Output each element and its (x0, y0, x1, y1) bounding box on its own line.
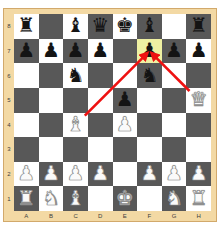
square-c7[interactable]: ♟ (63, 39, 88, 64)
file-label-f: F (137, 211, 162, 221)
square-a8[interactable]: ♜ (14, 14, 39, 39)
piece-white-pawn: ♟ (165, 163, 183, 183)
square-d6[interactable] (88, 63, 113, 88)
square-a2[interactable]: ♟ (14, 162, 39, 187)
file-labels: ABCDEFGH (14, 211, 211, 221)
piece-white-pawn: ♟ (140, 163, 158, 183)
piece-black-rook: ♜ (17, 15, 35, 35)
square-g7[interactable]: ♟ (162, 39, 187, 64)
piece-white-pawn: ♟ (91, 163, 109, 183)
file-label-c: C (63, 211, 88, 221)
square-f3[interactable] (137, 137, 162, 162)
square-d4[interactable] (88, 113, 113, 138)
rank-label-8: 8 (4, 14, 14, 39)
piece-white-pawn: ♟ (190, 163, 208, 183)
square-e4[interactable]: ♟ (113, 113, 138, 138)
square-c2[interactable]: ♟ (63, 162, 88, 187)
square-e7[interactable] (113, 39, 138, 64)
piece-white-pawn: ♟ (42, 163, 60, 183)
piece-white-rook: ♜ (17, 188, 35, 208)
square-a6[interactable] (14, 63, 39, 88)
file-label-h: H (186, 211, 211, 221)
square-h8[interactable]: ♜ (186, 14, 211, 39)
square-b4[interactable] (39, 113, 64, 138)
file-label-d: D (88, 211, 113, 221)
square-a5[interactable] (14, 88, 39, 113)
square-c6[interactable]: ♞ (63, 63, 88, 88)
board-frame: 87654321 ♜♝♛♚♝♜♟♟♟♟♟♟♟♞♞♟♛♝♟♟♟♟♟♟♟♟♜♞♝♚♞… (3, 8, 217, 222)
piece-black-pawn: ♟ (42, 40, 60, 60)
square-f6[interactable]: ♞ (137, 63, 162, 88)
square-h4[interactable] (186, 113, 211, 138)
square-d7[interactable]: ♟ (88, 39, 113, 64)
square-d1[interactable] (88, 186, 113, 211)
square-b1[interactable]: ♞ (39, 186, 64, 211)
piece-black-knight: ♞ (67, 65, 85, 85)
square-h5[interactable]: ♛ (186, 88, 211, 113)
rank-label-5: 5 (4, 88, 14, 113)
piece-white-queen: ♛ (190, 89, 208, 109)
square-c4[interactable]: ♝ (63, 113, 88, 138)
piece-white-bishop: ♝ (67, 188, 85, 208)
piece-black-knight: ♞ (140, 65, 158, 85)
square-e2[interactable] (113, 162, 138, 187)
piece-white-pawn: ♟ (67, 163, 85, 183)
piece-black-rook: ♜ (190, 15, 208, 35)
piece-white-pawn: ♟ (17, 163, 35, 183)
piece-black-bishop: ♝ (67, 15, 85, 35)
piece-black-queen: ♛ (91, 15, 109, 35)
rank-label-4: 4 (4, 113, 14, 138)
piece-white-knight: ♞ (42, 188, 60, 208)
square-e5[interactable]: ♟ (113, 88, 138, 113)
square-e8[interactable]: ♚ (113, 14, 138, 39)
square-a3[interactable] (14, 137, 39, 162)
square-c8[interactable]: ♝ (63, 14, 88, 39)
chess-board: ♜♝♛♚♝♜♟♟♟♟♟♟♟♞♞♟♛♝♟♟♟♟♟♟♟♟♜♞♝♚♞♜ (14, 14, 211, 211)
square-f8[interactable]: ♝ (137, 14, 162, 39)
square-b6[interactable] (39, 63, 64, 88)
square-h6[interactable] (186, 63, 211, 88)
square-g8[interactable] (162, 14, 187, 39)
square-b8[interactable] (39, 14, 64, 39)
square-f5[interactable] (137, 88, 162, 113)
square-f2[interactable]: ♟ (137, 162, 162, 187)
square-f1[interactable] (137, 186, 162, 211)
square-d2[interactable]: ♟ (88, 162, 113, 187)
piece-black-pawn: ♟ (190, 40, 208, 60)
piece-black-pawn: ♟ (116, 89, 134, 109)
piece-black-pawn: ♟ (17, 40, 35, 60)
square-d3[interactable] (88, 137, 113, 162)
piece-white-rook: ♜ (190, 188, 208, 208)
square-b3[interactable] (39, 137, 64, 162)
file-label-b: B (39, 211, 64, 221)
square-b5[interactable] (39, 88, 64, 113)
square-a1[interactable]: ♜ (14, 186, 39, 211)
piece-white-king: ♚ (116, 188, 134, 208)
square-h1[interactable]: ♜ (186, 186, 211, 211)
rank-labels: 87654321 (4, 14, 14, 211)
square-c1[interactable]: ♝ (63, 186, 88, 211)
square-c5[interactable] (63, 88, 88, 113)
square-f7[interactable]: ♟ (137, 39, 162, 64)
file-label-a: A (14, 211, 39, 221)
square-g5[interactable] (162, 88, 187, 113)
square-b7[interactable]: ♟ (39, 39, 64, 64)
rank-label-3: 3 (4, 137, 14, 162)
square-a7[interactable]: ♟ (14, 39, 39, 64)
square-g2[interactable]: ♟ (162, 162, 187, 187)
square-d8[interactable]: ♛ (88, 14, 113, 39)
square-g4[interactable] (162, 113, 187, 138)
piece-black-king: ♚ (116, 15, 134, 35)
rank-label-2: 2 (4, 162, 14, 187)
square-f4[interactable] (137, 113, 162, 138)
square-b2[interactable]: ♟ (39, 162, 64, 187)
piece-black-bishop: ♝ (140, 15, 158, 35)
rank-label-1: 1 (4, 186, 14, 211)
square-g1[interactable]: ♞ (162, 186, 187, 211)
piece-black-pawn: ♟ (91, 40, 109, 60)
file-label-g: G (162, 211, 187, 221)
square-h2[interactable]: ♟ (186, 162, 211, 187)
piece-black-pawn: ♟ (165, 40, 183, 60)
rank-label-6: 6 (4, 63, 14, 88)
rank-label-7: 7 (4, 39, 14, 64)
square-g6[interactable] (162, 63, 187, 88)
square-d5[interactable] (88, 88, 113, 113)
square-e3[interactable] (113, 137, 138, 162)
square-c3[interactable] (63, 137, 88, 162)
square-e6[interactable] (113, 63, 138, 88)
piece-white-pawn: ♟ (116, 114, 134, 134)
piece-black-pawn: ♟ (140, 40, 158, 60)
square-g3[interactable] (162, 137, 187, 162)
piece-black-pawn: ♟ (67, 40, 85, 60)
square-a4[interactable] (14, 113, 39, 138)
file-label-e: E (113, 211, 138, 221)
square-h3[interactable] (186, 137, 211, 162)
square-h7[interactable]: ♟ (186, 39, 211, 64)
piece-white-bishop: ♝ (67, 114, 85, 134)
piece-white-knight: ♞ (165, 188, 183, 208)
square-e1[interactable]: ♚ (113, 186, 138, 211)
